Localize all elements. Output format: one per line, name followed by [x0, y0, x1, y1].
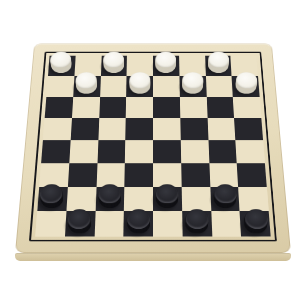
piece-top-face — [236, 72, 258, 88]
piece-top-face — [244, 209, 268, 229]
square-h5[interactable] — [234, 118, 263, 140]
square-d5[interactable] — [125, 118, 153, 140]
square-f3[interactable] — [181, 163, 210, 187]
square-c7[interactable] — [100, 76, 127, 97]
square-b3[interactable] — [68, 163, 97, 187]
white-piece-g8[interactable] — [208, 58, 229, 74]
square-d6[interactable] — [126, 97, 153, 118]
piece-top-face — [127, 209, 150, 229]
white-piece-e8[interactable] — [156, 58, 176, 74]
square-d3[interactable] — [125, 163, 153, 187]
square-b1[interactable] — [65, 211, 95, 236]
square-a3[interactable] — [39, 163, 69, 187]
piece-top-face — [129, 72, 150, 88]
black-piece-c2[interactable] — [99, 189, 122, 208]
square-h2[interactable] — [238, 187, 268, 211]
black-piece-b1[interactable] — [68, 214, 92, 234]
square-e8[interactable] — [153, 56, 179, 76]
square-e2[interactable] — [153, 187, 182, 211]
piece-top-face — [156, 184, 179, 203]
square-e4[interactable] — [153, 140, 181, 163]
square-f1[interactable] — [182, 211, 212, 236]
square-h1[interactable] — [240, 211, 271, 236]
square-e3[interactable] — [153, 163, 181, 187]
square-g5[interactable] — [207, 118, 235, 140]
square-f5[interactable] — [180, 118, 208, 140]
square-g2[interactable] — [210, 187, 240, 211]
square-b2[interactable] — [66, 187, 96, 211]
square-d4[interactable] — [125, 140, 153, 163]
square-g6[interactable] — [206, 97, 234, 118]
black-piece-e2[interactable] — [156, 189, 178, 208]
piece-top-face — [214, 184, 237, 203]
piece-top-face — [186, 209, 209, 229]
black-piece-a2[interactable] — [41, 189, 64, 208]
square-a1[interactable] — [35, 211, 66, 236]
black-piece-h1[interactable] — [243, 214, 267, 234]
board-grid — [35, 56, 270, 237]
piece-top-face — [208, 52, 229, 68]
white-piece-f7[interactable] — [182, 78, 203, 94]
square-e5[interactable] — [153, 118, 181, 140]
square-a6[interactable] — [45, 97, 73, 118]
white-piece-d7[interactable] — [129, 78, 150, 94]
square-f2[interactable] — [181, 187, 210, 211]
square-b6[interactable] — [72, 97, 100, 118]
white-piece-c8[interactable] — [104, 58, 125, 74]
square-a5[interactable] — [43, 118, 72, 140]
white-piece-a8[interactable] — [51, 58, 72, 74]
square-c8[interactable] — [101, 56, 128, 76]
square-e1[interactable] — [153, 211, 182, 236]
square-c6[interactable] — [99, 97, 127, 118]
black-piece-f1[interactable] — [185, 214, 208, 234]
black-piece-g2[interactable] — [213, 189, 236, 208]
square-f4[interactable] — [181, 140, 209, 163]
square-h3[interactable] — [237, 163, 267, 187]
white-piece-b7[interactable] — [76, 78, 97, 94]
square-a2[interactable] — [37, 187, 67, 211]
square-c1[interactable] — [94, 211, 124, 236]
white-piece-h7[interactable] — [235, 78, 257, 94]
square-c2[interactable] — [95, 187, 124, 211]
square-b4[interactable] — [69, 140, 98, 163]
square-g3[interactable] — [209, 163, 238, 187]
square-e6[interactable] — [153, 97, 180, 118]
square-g1[interactable] — [211, 211, 241, 236]
square-a8[interactable] — [48, 56, 75, 76]
square-d1[interactable] — [124, 211, 153, 236]
square-a7[interactable] — [46, 76, 74, 97]
square-b5[interactable] — [70, 118, 98, 140]
checkers-board — [15, 43, 291, 253]
square-c3[interactable] — [96, 163, 125, 187]
square-h4[interactable] — [236, 140, 265, 163]
square-b7[interactable] — [73, 76, 100, 97]
board-front-edge — [15, 253, 291, 261]
square-g8[interactable] — [205, 56, 232, 76]
square-g4[interactable] — [208, 140, 237, 163]
square-f6[interactable] — [180, 97, 208, 118]
square-f7[interactable] — [179, 76, 206, 97]
piece-top-face — [183, 72, 204, 88]
square-h6[interactable] — [233, 97, 261, 118]
square-e7[interactable] — [153, 76, 180, 97]
product-photo-stage — [0, 0, 300, 300]
square-c4[interactable] — [97, 140, 125, 163]
square-h7[interactable] — [232, 76, 260, 97]
square-d7[interactable] — [126, 76, 153, 97]
square-d2[interactable] — [124, 187, 153, 211]
square-a4[interactable] — [41, 140, 70, 163]
piece-top-face — [156, 52, 176, 68]
square-c5[interactable] — [98, 118, 126, 140]
black-piece-d1[interactable] — [127, 214, 150, 234]
square-g7[interactable] — [205, 76, 232, 97]
